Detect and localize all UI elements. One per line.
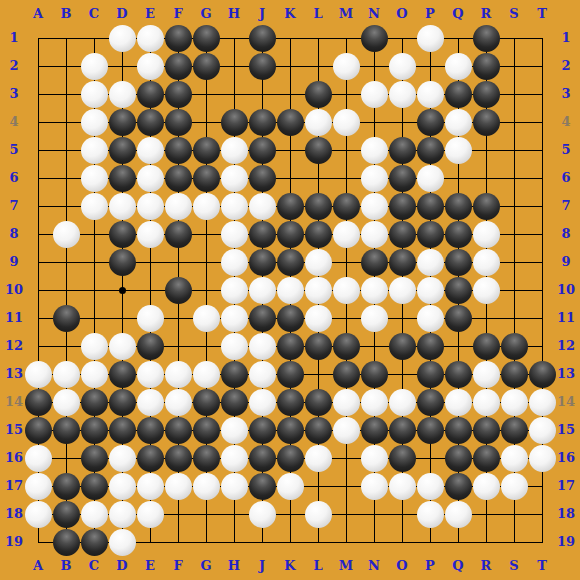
white-stone[interactable] <box>501 389 528 416</box>
white-stone[interactable] <box>361 81 388 108</box>
white-stone[interactable] <box>193 361 220 388</box>
black-stone[interactable] <box>165 53 192 80</box>
column-label-top: R <box>476 6 496 22</box>
white-stone[interactable] <box>137 25 164 52</box>
row-label-right: 4 <box>556 114 576 130</box>
black-stone[interactable] <box>249 25 276 52</box>
row-label-left: 14 <box>4 394 24 410</box>
black-stone[interactable] <box>473 53 500 80</box>
white-stone[interactable] <box>53 389 80 416</box>
row-label-left: 10 <box>4 282 24 298</box>
white-stone[interactable] <box>221 445 248 472</box>
row-label-left: 2 <box>4 58 24 74</box>
white-stone[interactable] <box>417 277 444 304</box>
white-stone[interactable] <box>81 333 108 360</box>
column-label-bottom: P <box>420 558 440 574</box>
white-stone[interactable] <box>137 389 164 416</box>
black-stone[interactable] <box>249 249 276 276</box>
black-stone[interactable] <box>445 445 472 472</box>
black-stone[interactable] <box>249 221 276 248</box>
white-stone[interactable] <box>137 165 164 192</box>
white-stone[interactable] <box>417 473 444 500</box>
row-label-left: 13 <box>4 366 24 382</box>
white-stone[interactable] <box>333 277 360 304</box>
black-stone[interactable] <box>249 305 276 332</box>
white-stone[interactable] <box>305 109 332 136</box>
black-stone[interactable] <box>193 53 220 80</box>
row-label-right: 14 <box>556 394 576 410</box>
white-stone[interactable] <box>193 473 220 500</box>
black-stone[interactable] <box>473 333 500 360</box>
column-label-top: H <box>224 6 244 22</box>
black-stone[interactable] <box>389 417 416 444</box>
black-stone[interactable] <box>501 333 528 360</box>
white-stone[interactable] <box>501 445 528 472</box>
white-stone[interactable] <box>305 501 332 528</box>
row-label-left: 17 <box>4 478 24 494</box>
black-stone[interactable] <box>109 109 136 136</box>
black-stone[interactable] <box>445 361 472 388</box>
white-stone[interactable] <box>445 137 472 164</box>
black-stone[interactable] <box>473 417 500 444</box>
black-stone[interactable] <box>137 81 164 108</box>
white-stone[interactable] <box>221 473 248 500</box>
black-stone[interactable] <box>249 473 276 500</box>
black-stone[interactable] <box>249 165 276 192</box>
column-label-bottom: C <box>84 558 104 574</box>
white-stone[interactable] <box>109 81 136 108</box>
black-stone[interactable] <box>501 417 528 444</box>
column-label-bottom: A <box>28 558 48 574</box>
white-stone[interactable] <box>109 25 136 52</box>
white-stone[interactable] <box>473 389 500 416</box>
white-stone[interactable] <box>333 417 360 444</box>
white-stone[interactable] <box>529 445 556 472</box>
black-stone[interactable] <box>165 109 192 136</box>
white-stone[interactable] <box>361 277 388 304</box>
white-stone[interactable] <box>109 473 136 500</box>
white-stone[interactable] <box>277 277 304 304</box>
white-stone[interactable] <box>361 445 388 472</box>
column-label-bottom: E <box>140 558 160 574</box>
row-label-right: 3 <box>556 86 576 102</box>
white-stone[interactable] <box>249 277 276 304</box>
black-stone[interactable] <box>249 445 276 472</box>
black-stone[interactable] <box>193 445 220 472</box>
column-label-top: T <box>532 6 552 22</box>
black-stone[interactable] <box>277 333 304 360</box>
white-stone[interactable] <box>165 473 192 500</box>
black-stone[interactable] <box>361 361 388 388</box>
white-stone[interactable] <box>473 221 500 248</box>
black-stone[interactable] <box>277 389 304 416</box>
row-label-right: 7 <box>556 198 576 214</box>
column-label-top: J <box>252 6 272 22</box>
white-stone[interactable] <box>445 389 472 416</box>
white-stone[interactable] <box>417 501 444 528</box>
black-stone[interactable] <box>277 445 304 472</box>
row-label-right: 16 <box>556 450 576 466</box>
black-stone[interactable] <box>193 165 220 192</box>
row-label-left: 6 <box>4 170 24 186</box>
column-label-bottom: L <box>308 558 328 574</box>
black-stone[interactable] <box>473 81 500 108</box>
black-stone[interactable] <box>277 193 304 220</box>
column-label-bottom: Q <box>448 558 468 574</box>
white-stone[interactable] <box>333 221 360 248</box>
white-stone[interactable] <box>529 389 556 416</box>
black-stone[interactable] <box>361 25 388 52</box>
black-stone[interactable] <box>305 81 332 108</box>
black-stone[interactable] <box>249 109 276 136</box>
column-label-top: E <box>140 6 160 22</box>
black-stone[interactable] <box>445 473 472 500</box>
white-stone[interactable] <box>361 473 388 500</box>
black-stone[interactable] <box>165 25 192 52</box>
column-label-bottom: G <box>196 558 216 574</box>
white-stone[interactable] <box>193 193 220 220</box>
white-stone[interactable] <box>81 81 108 108</box>
black-stone[interactable] <box>277 361 304 388</box>
black-stone[interactable] <box>53 501 80 528</box>
white-stone[interactable] <box>473 361 500 388</box>
black-stone[interactable] <box>53 417 80 444</box>
row-label-right: 17 <box>556 478 576 494</box>
column-label-top: C <box>84 6 104 22</box>
black-stone[interactable] <box>109 417 136 444</box>
black-stone[interactable] <box>25 417 52 444</box>
black-stone[interactable] <box>389 221 416 248</box>
white-stone[interactable] <box>445 109 472 136</box>
white-stone[interactable] <box>501 473 528 500</box>
black-stone[interactable] <box>137 417 164 444</box>
white-stone[interactable] <box>445 53 472 80</box>
row-label-left: 16 <box>4 450 24 466</box>
column-label-bottom: F <box>168 558 188 574</box>
column-label-bottom: D <box>112 558 132 574</box>
black-stone[interactable] <box>473 109 500 136</box>
black-stone[interactable] <box>445 193 472 220</box>
white-stone[interactable] <box>137 361 164 388</box>
white-stone[interactable] <box>221 277 248 304</box>
black-stone[interactable] <box>305 333 332 360</box>
row-label-left: 9 <box>4 254 24 270</box>
white-stone[interactable] <box>389 81 416 108</box>
black-stone[interactable] <box>277 109 304 136</box>
black-stone[interactable] <box>417 417 444 444</box>
row-label-left: 19 <box>4 534 24 550</box>
black-stone[interactable] <box>417 221 444 248</box>
black-stone[interactable] <box>109 137 136 164</box>
black-stone[interactable] <box>445 277 472 304</box>
white-stone[interactable] <box>417 249 444 276</box>
black-stone[interactable] <box>333 361 360 388</box>
column-label-top: D <box>112 6 132 22</box>
column-label-bottom: O <box>392 558 412 574</box>
white-stone[interactable] <box>137 473 164 500</box>
white-stone[interactable] <box>221 249 248 276</box>
white-stone[interactable] <box>81 361 108 388</box>
white-stone[interactable] <box>333 53 360 80</box>
row-label-left: 1 <box>4 30 24 46</box>
black-stone[interactable] <box>109 361 136 388</box>
black-stone[interactable] <box>389 445 416 472</box>
row-label-left: 7 <box>4 198 24 214</box>
white-stone[interactable] <box>81 193 108 220</box>
black-stone[interactable] <box>445 81 472 108</box>
row-label-left: 8 <box>4 226 24 242</box>
row-label-right: 15 <box>556 422 576 438</box>
white-stone[interactable] <box>137 193 164 220</box>
white-stone[interactable] <box>417 81 444 108</box>
black-stone[interactable] <box>221 109 248 136</box>
black-stone[interactable] <box>389 165 416 192</box>
black-stone[interactable] <box>333 333 360 360</box>
black-stone[interactable] <box>137 333 164 360</box>
row-label-right: 10 <box>556 282 576 298</box>
white-stone[interactable] <box>305 277 332 304</box>
white-stone[interactable] <box>109 501 136 528</box>
white-stone[interactable] <box>53 221 80 248</box>
black-stone[interactable] <box>333 193 360 220</box>
black-stone[interactable] <box>277 221 304 248</box>
black-stone[interactable] <box>389 249 416 276</box>
white-stone[interactable] <box>473 277 500 304</box>
white-stone[interactable] <box>81 53 108 80</box>
black-stone[interactable] <box>277 417 304 444</box>
white-stone[interactable] <box>165 193 192 220</box>
column-label-top: O <box>392 6 412 22</box>
white-stone[interactable] <box>389 473 416 500</box>
white-stone[interactable] <box>473 249 500 276</box>
black-stone[interactable] <box>277 305 304 332</box>
row-label-right: 6 <box>556 170 576 186</box>
row-label-right: 18 <box>556 506 576 522</box>
white-stone[interactable] <box>389 53 416 80</box>
black-stone[interactable] <box>361 417 388 444</box>
white-stone[interactable] <box>249 361 276 388</box>
black-stone[interactable] <box>417 361 444 388</box>
black-stone[interactable] <box>305 417 332 444</box>
row-label-right: 19 <box>556 534 576 550</box>
black-stone[interactable] <box>165 221 192 248</box>
white-stone[interactable] <box>137 305 164 332</box>
white-stone[interactable] <box>81 109 108 136</box>
black-stone[interactable] <box>305 389 332 416</box>
black-stone[interactable] <box>81 445 108 472</box>
column-label-top: N <box>364 6 384 22</box>
row-label-left: 5 <box>4 142 24 158</box>
white-stone[interactable] <box>221 165 248 192</box>
white-stone[interactable] <box>221 417 248 444</box>
black-stone[interactable] <box>137 109 164 136</box>
white-stone[interactable] <box>333 109 360 136</box>
black-stone[interactable] <box>389 137 416 164</box>
black-stone[interactable] <box>249 53 276 80</box>
black-stone[interactable] <box>417 137 444 164</box>
black-stone[interactable] <box>417 333 444 360</box>
black-stone[interactable] <box>81 529 108 556</box>
black-stone[interactable] <box>445 249 472 276</box>
white-stone[interactable] <box>361 137 388 164</box>
column-label-bottom: J <box>252 558 272 574</box>
row-label-right: 13 <box>556 366 576 382</box>
white-stone[interactable] <box>25 473 52 500</box>
black-stone[interactable] <box>277 249 304 276</box>
white-stone[interactable] <box>417 165 444 192</box>
column-label-top: A <box>28 6 48 22</box>
black-stone[interactable] <box>193 389 220 416</box>
row-label-left: 15 <box>4 422 24 438</box>
column-label-top: P <box>420 6 440 22</box>
black-stone[interactable] <box>53 529 80 556</box>
white-stone[interactable] <box>305 305 332 332</box>
black-stone[interactable] <box>221 361 248 388</box>
black-stone[interactable] <box>137 445 164 472</box>
black-stone[interactable] <box>165 137 192 164</box>
black-stone[interactable] <box>109 221 136 248</box>
black-stone[interactable] <box>165 277 192 304</box>
black-stone[interactable] <box>165 81 192 108</box>
black-stone[interactable] <box>53 305 80 332</box>
white-stone[interactable] <box>389 277 416 304</box>
row-label-right: 11 <box>556 310 576 326</box>
column-label-bottom: M <box>336 558 356 574</box>
row-label-right: 5 <box>556 142 576 158</box>
white-stone[interactable] <box>109 333 136 360</box>
black-stone[interactable] <box>81 417 108 444</box>
black-stone[interactable] <box>445 417 472 444</box>
white-stone[interactable] <box>305 445 332 472</box>
column-label-bottom: T <box>532 558 552 574</box>
black-stone[interactable] <box>529 361 556 388</box>
black-stone[interactable] <box>445 305 472 332</box>
white-stone[interactable] <box>109 529 136 556</box>
black-stone[interactable] <box>193 417 220 444</box>
white-stone[interactable] <box>361 389 388 416</box>
column-label-top: K <box>280 6 300 22</box>
white-stone[interactable] <box>221 137 248 164</box>
black-stone[interactable] <box>389 333 416 360</box>
column-label-top: M <box>336 6 356 22</box>
white-stone[interactable] <box>305 249 332 276</box>
white-stone[interactable] <box>137 221 164 248</box>
black-stone[interactable] <box>305 221 332 248</box>
column-label-top: B <box>56 6 76 22</box>
black-stone[interactable] <box>109 249 136 276</box>
white-stone[interactable] <box>137 53 164 80</box>
row-label-left: 3 <box>4 86 24 102</box>
column-label-top: S <box>504 6 524 22</box>
black-stone[interactable] <box>25 389 52 416</box>
column-label-bottom: B <box>56 558 76 574</box>
black-stone[interactable] <box>305 137 332 164</box>
black-stone[interactable] <box>109 165 136 192</box>
white-stone[interactable] <box>193 305 220 332</box>
white-stone[interactable] <box>389 389 416 416</box>
white-stone[interactable] <box>137 137 164 164</box>
white-stone[interactable] <box>417 305 444 332</box>
white-stone[interactable] <box>361 165 388 192</box>
black-stone[interactable] <box>389 193 416 220</box>
white-stone[interactable] <box>361 221 388 248</box>
white-stone[interactable] <box>445 501 472 528</box>
black-stone[interactable] <box>193 137 220 164</box>
white-stone[interactable] <box>277 473 304 500</box>
black-stone[interactable] <box>445 221 472 248</box>
white-stone[interactable] <box>81 501 108 528</box>
black-stone[interactable] <box>81 389 108 416</box>
row-label-right: 8 <box>556 226 576 242</box>
row-label-right: 2 <box>556 58 576 74</box>
white-stone[interactable] <box>221 305 248 332</box>
white-stone[interactable] <box>473 473 500 500</box>
white-stone[interactable] <box>109 445 136 472</box>
white-stone[interactable] <box>361 193 388 220</box>
row-label-right: 9 <box>556 254 576 270</box>
black-stone[interactable] <box>249 137 276 164</box>
white-stone[interactable] <box>417 25 444 52</box>
black-stone[interactable] <box>53 473 80 500</box>
black-stone[interactable] <box>165 417 192 444</box>
white-stone[interactable] <box>25 501 52 528</box>
black-stone[interactable] <box>417 109 444 136</box>
row-label-left: 4 <box>4 114 24 130</box>
black-stone[interactable] <box>417 193 444 220</box>
column-label-bottom: S <box>504 558 524 574</box>
white-stone[interactable] <box>333 389 360 416</box>
black-stone[interactable] <box>249 417 276 444</box>
column-label-bottom: R <box>476 558 496 574</box>
white-stone[interactable] <box>221 333 248 360</box>
black-stone[interactable] <box>221 389 248 416</box>
white-stone[interactable] <box>109 193 136 220</box>
black-stone[interactable] <box>305 193 332 220</box>
black-stone[interactable] <box>81 473 108 500</box>
black-stone[interactable] <box>361 249 388 276</box>
white-stone[interactable] <box>81 137 108 164</box>
white-stone[interactable] <box>249 193 276 220</box>
black-stone[interactable] <box>165 165 192 192</box>
white-stone[interactable] <box>249 389 276 416</box>
white-stone[interactable] <box>25 445 52 472</box>
white-stone[interactable] <box>249 333 276 360</box>
column-label-bottom: N <box>364 558 384 574</box>
column-label-bottom: H <box>224 558 244 574</box>
black-stone[interactable] <box>417 389 444 416</box>
go-board[interactable]: AABBCCDDEEFFGGHHJJKKLLMMNNOOPPQQRRSSTT11… <box>0 0 580 580</box>
black-stone[interactable] <box>473 445 500 472</box>
white-stone[interactable] <box>165 361 192 388</box>
white-stone[interactable] <box>81 165 108 192</box>
white-stone[interactable] <box>137 501 164 528</box>
black-stone[interactable] <box>473 193 500 220</box>
column-label-top: G <box>196 6 216 22</box>
black-stone[interactable] <box>473 25 500 52</box>
white-stone[interactable] <box>529 417 556 444</box>
white-stone[interactable] <box>221 193 248 220</box>
white-stone[interactable] <box>249 501 276 528</box>
white-stone[interactable] <box>221 221 248 248</box>
black-stone[interactable] <box>501 361 528 388</box>
black-stone[interactable] <box>165 445 192 472</box>
black-stone[interactable] <box>193 25 220 52</box>
white-stone[interactable] <box>361 305 388 332</box>
black-stone[interactable] <box>109 389 136 416</box>
white-stone[interactable] <box>53 361 80 388</box>
white-stone[interactable] <box>165 389 192 416</box>
white-stone[interactable] <box>25 361 52 388</box>
